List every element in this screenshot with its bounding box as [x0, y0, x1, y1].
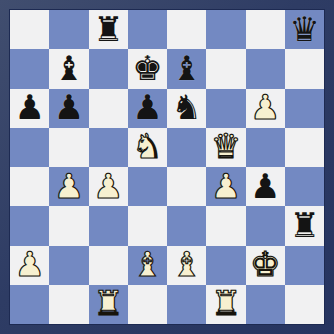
square-d7[interactable]: ♚ [128, 49, 167, 88]
square-a3[interactable] [10, 206, 49, 245]
square-e6[interactable]: ♞ [167, 89, 206, 128]
square-f5[interactable]: ♛ [206, 128, 245, 167]
square-g2[interactable]: ♚ [246, 246, 285, 285]
black-pawn[interactable]: ♟ [250, 169, 280, 203]
square-d6[interactable]: ♟ [128, 89, 167, 128]
white-king[interactable]: ♚ [250, 247, 280, 281]
square-g4[interactable]: ♟ [246, 167, 285, 206]
square-c5[interactable] [89, 128, 128, 167]
square-b8[interactable] [49, 10, 88, 49]
square-g3[interactable] [246, 206, 285, 245]
square-f1[interactable]: ♜ [206, 285, 245, 324]
black-pawn[interactable]: ♟ [14, 90, 44, 124]
square-h6[interactable] [285, 89, 324, 128]
square-a2[interactable]: ♟ [10, 246, 49, 285]
square-b7[interactable]: ♝ [49, 49, 88, 88]
white-rook[interactable]: ♜ [211, 286, 241, 320]
square-d1[interactable] [128, 285, 167, 324]
chess-board-frame: ♜♛♝♚♝♟♟♟♞♟♞♛♟♟♟♟♜♟♝♝♚♜♜ [0, 0, 334, 334]
black-pawn[interactable]: ♟ [54, 90, 84, 124]
black-king[interactable]: ♚ [132, 51, 162, 85]
square-h4[interactable] [285, 167, 324, 206]
black-bishop[interactable]: ♝ [54, 51, 84, 85]
square-a6[interactable]: ♟ [10, 89, 49, 128]
square-f6[interactable] [206, 89, 245, 128]
square-d2[interactable]: ♝ [128, 246, 167, 285]
white-queen[interactable]: ♛ [211, 129, 241, 163]
white-rook[interactable]: ♜ [93, 286, 123, 320]
square-h8[interactable]: ♛ [285, 10, 324, 49]
square-f8[interactable] [206, 10, 245, 49]
square-e1[interactable] [167, 285, 206, 324]
square-c4[interactable]: ♟ [89, 167, 128, 206]
square-h5[interactable] [285, 128, 324, 167]
black-rook[interactable]: ♜ [93, 12, 123, 46]
square-b4[interactable]: ♟ [49, 167, 88, 206]
white-pawn[interactable]: ♟ [211, 169, 241, 203]
square-a8[interactable] [10, 10, 49, 49]
square-g6[interactable]: ♟ [246, 89, 285, 128]
white-pawn[interactable]: ♟ [14, 247, 44, 281]
black-bishop[interactable]: ♝ [171, 51, 201, 85]
square-a7[interactable] [10, 49, 49, 88]
square-h2[interactable] [285, 246, 324, 285]
square-f3[interactable] [206, 206, 245, 245]
square-d3[interactable] [128, 206, 167, 245]
square-c2[interactable] [89, 246, 128, 285]
square-b5[interactable] [49, 128, 88, 167]
white-pawn[interactable]: ♟ [54, 169, 84, 203]
square-c6[interactable] [89, 89, 128, 128]
square-a4[interactable] [10, 167, 49, 206]
white-pawn[interactable]: ♟ [93, 169, 123, 203]
square-c7[interactable] [89, 49, 128, 88]
white-knight[interactable]: ♞ [132, 129, 162, 163]
square-e5[interactable] [167, 128, 206, 167]
square-b6[interactable]: ♟ [49, 89, 88, 128]
square-f7[interactable] [206, 49, 245, 88]
square-d4[interactable] [128, 167, 167, 206]
square-e3[interactable] [167, 206, 206, 245]
white-bishop[interactable]: ♝ [132, 247, 162, 281]
square-g1[interactable] [246, 285, 285, 324]
square-a1[interactable] [10, 285, 49, 324]
square-c1[interactable]: ♜ [89, 285, 128, 324]
square-d8[interactable] [128, 10, 167, 49]
black-rook[interactable]: ♜ [289, 208, 319, 242]
square-e4[interactable] [167, 167, 206, 206]
square-h7[interactable] [285, 49, 324, 88]
white-pawn[interactable]: ♟ [250, 90, 280, 124]
square-b3[interactable] [49, 206, 88, 245]
square-b2[interactable] [49, 246, 88, 285]
square-d5[interactable]: ♞ [128, 128, 167, 167]
square-b1[interactable] [49, 285, 88, 324]
square-h3[interactable]: ♜ [285, 206, 324, 245]
black-queen[interactable]: ♛ [289, 12, 319, 46]
chess-board: ♜♛♝♚♝♟♟♟♞♟♞♛♟♟♟♟♜♟♝♝♚♜♜ [10, 10, 324, 324]
square-g8[interactable] [246, 10, 285, 49]
white-bishop[interactable]: ♝ [171, 247, 201, 281]
square-e2[interactable]: ♝ [167, 246, 206, 285]
square-h1[interactable] [285, 285, 324, 324]
square-c3[interactable] [89, 206, 128, 245]
black-pawn[interactable]: ♟ [132, 90, 162, 124]
square-g5[interactable] [246, 128, 285, 167]
black-knight[interactable]: ♞ [171, 90, 201, 124]
square-f2[interactable] [206, 246, 245, 285]
square-g7[interactable] [246, 49, 285, 88]
square-e7[interactable]: ♝ [167, 49, 206, 88]
square-e8[interactable] [167, 10, 206, 49]
square-c8[interactable]: ♜ [89, 10, 128, 49]
square-a5[interactable] [10, 128, 49, 167]
square-f4[interactable]: ♟ [206, 167, 245, 206]
